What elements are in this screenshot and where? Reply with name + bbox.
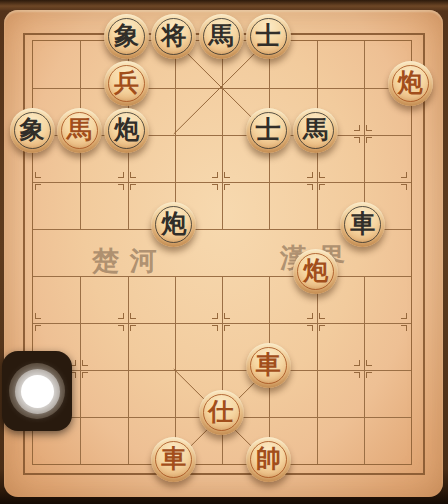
piece-glyph: 士 bbox=[256, 117, 281, 142]
point-marker-corner bbox=[130, 184, 136, 190]
point-marker-corner bbox=[224, 325, 230, 331]
piece-red-車[interactable]: 車 bbox=[246, 343, 291, 388]
piece-glyph: 炮 bbox=[114, 117, 139, 142]
piece-red-炮[interactable]: 炮 bbox=[293, 249, 338, 294]
light-ring-inner bbox=[15, 369, 60, 414]
point-marker-corner bbox=[319, 184, 325, 190]
point-marker-corner bbox=[224, 172, 230, 178]
point-marker-corner bbox=[82, 372, 88, 378]
piece-glyph: 馬 bbox=[67, 117, 92, 142]
piece-black-将[interactable]: 将 bbox=[151, 14, 196, 59]
piece-glyph: 兵 bbox=[114, 70, 139, 95]
piece-black-士[interactable]: 士 bbox=[246, 108, 291, 153]
point-marker-corner bbox=[35, 184, 41, 190]
piece-glyph: 炮 bbox=[303, 258, 328, 283]
light-button[interactable] bbox=[2, 351, 72, 431]
piece-glyph: 車 bbox=[161, 446, 186, 471]
piece-glyph: 車 bbox=[350, 211, 375, 236]
point-marker-corner bbox=[401, 184, 407, 190]
point-marker-corner bbox=[354, 137, 360, 143]
point-marker-corner bbox=[212, 172, 218, 178]
point-marker-corner bbox=[366, 360, 372, 366]
piece-glyph: 炮 bbox=[161, 211, 186, 236]
point-marker-corner bbox=[307, 184, 313, 190]
point-marker-corner bbox=[130, 172, 136, 178]
point-marker-corner bbox=[354, 360, 360, 366]
point-marker-corner bbox=[212, 325, 218, 331]
piece-black-士[interactable]: 士 bbox=[246, 14, 291, 59]
piece-red-帥[interactable]: 帥 bbox=[246, 437, 291, 482]
point-marker-corner bbox=[319, 325, 325, 331]
piece-glyph: 象 bbox=[114, 23, 139, 48]
point-marker-corner bbox=[118, 184, 124, 190]
point-marker-corner bbox=[401, 313, 407, 319]
point-marker-corner bbox=[319, 313, 325, 319]
piece-glyph: 炮 bbox=[398, 70, 423, 95]
piece-glyph: 将 bbox=[161, 23, 186, 48]
piece-red-仕[interactable]: 仕 bbox=[199, 390, 244, 435]
point-marker-corner bbox=[212, 184, 218, 190]
point-marker-corner bbox=[401, 325, 407, 331]
point-marker-corner bbox=[224, 184, 230, 190]
piece-glyph: 士 bbox=[256, 23, 281, 48]
piece-red-車[interactable]: 車 bbox=[151, 437, 196, 482]
piece-red-炮[interactable]: 炮 bbox=[388, 61, 433, 106]
light-ring-outer bbox=[9, 363, 65, 419]
point-marker-corner bbox=[224, 313, 230, 319]
point-marker-corner bbox=[307, 325, 313, 331]
point-marker-corner bbox=[118, 313, 124, 319]
piece-glyph: 象 bbox=[20, 117, 45, 142]
point-marker-corner bbox=[130, 325, 136, 331]
piece-black-炮[interactable]: 炮 bbox=[104, 108, 149, 153]
point-marker-corner bbox=[366, 372, 372, 378]
app-screen: 楚河 漢界 象将馬士兵炮象馬炮士馬炮車炮車仕車帥 bbox=[0, 0, 448, 504]
point-marker-corner bbox=[307, 172, 313, 178]
point-marker-corner bbox=[35, 172, 41, 178]
point-marker-corner bbox=[307, 313, 313, 319]
point-marker-corner bbox=[130, 313, 136, 319]
point-marker-corner bbox=[118, 325, 124, 331]
glow-circle-icon bbox=[21, 375, 54, 408]
river-label-left: 楚河 bbox=[92, 243, 168, 279]
point-marker-corner bbox=[366, 137, 372, 143]
piece-glyph: 馬 bbox=[209, 23, 234, 48]
piece-glyph: 帥 bbox=[256, 446, 281, 471]
piece-black-馬[interactable]: 馬 bbox=[293, 108, 338, 153]
piece-black-象[interactable]: 象 bbox=[10, 108, 55, 153]
piece-glyph: 仕 bbox=[209, 399, 234, 424]
piece-red-馬[interactable]: 馬 bbox=[57, 108, 102, 153]
piece-red-兵[interactable]: 兵 bbox=[104, 61, 149, 106]
point-marker-corner bbox=[35, 313, 41, 319]
point-marker-corner bbox=[354, 125, 360, 131]
piece-glyph: 車 bbox=[256, 352, 281, 377]
point-marker-corner bbox=[118, 172, 124, 178]
piece-black-象[interactable]: 象 bbox=[104, 14, 149, 59]
point-marker-corner bbox=[354, 372, 360, 378]
piece-black-車[interactable]: 車 bbox=[340, 202, 385, 247]
point-marker-corner bbox=[82, 360, 88, 366]
piece-black-馬[interactable]: 馬 bbox=[199, 14, 244, 59]
point-marker-corner bbox=[319, 172, 325, 178]
piece-black-炮[interactable]: 炮 bbox=[151, 202, 196, 247]
piece-glyph: 馬 bbox=[303, 117, 328, 142]
point-marker-corner bbox=[401, 172, 407, 178]
point-marker-corner bbox=[35, 325, 41, 331]
point-marker-corner bbox=[366, 125, 372, 131]
point-marker-corner bbox=[212, 313, 218, 319]
